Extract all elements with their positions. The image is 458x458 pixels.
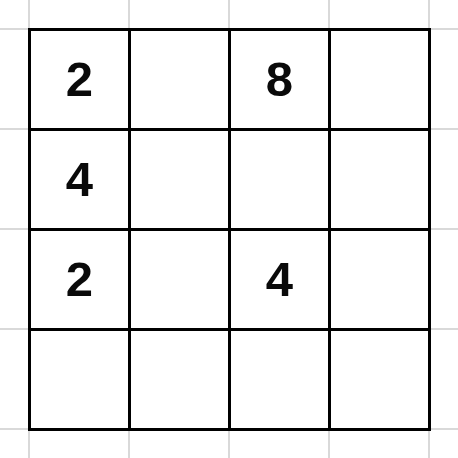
cell-r1c2 — [231, 131, 328, 228]
cell-r2c3 — [331, 231, 428, 328]
cell-r2c2: 4 — [231, 231, 328, 328]
cell-r0c2: 8 — [231, 31, 328, 128]
cell-r1c3 — [331, 131, 428, 228]
cell-r1c1 — [131, 131, 228, 228]
puzzle-board-2048: 2 8 4 2 4 — [28, 28, 431, 431]
cell-r3c2 — [231, 331, 328, 428]
page-canvas: 2 8 4 2 4 — [0, 0, 458, 458]
tile-value: 4 — [66, 155, 93, 204]
cell-r1c0: 4 — [31, 131, 128, 228]
cell-r3c0 — [31, 331, 128, 428]
cell-r2c0: 2 — [31, 231, 128, 328]
tile-value: 2 — [66, 55, 93, 104]
tile-value: 8 — [266, 55, 293, 104]
cell-r2c1 — [131, 231, 228, 328]
cell-r0c3 — [331, 31, 428, 128]
cell-r3c1 — [131, 331, 228, 428]
cell-r0c0: 2 — [31, 31, 128, 128]
cell-r0c1 — [131, 31, 228, 128]
tile-value: 2 — [66, 255, 93, 304]
tile-value: 4 — [266, 255, 293, 304]
cell-r3c3 — [331, 331, 428, 428]
